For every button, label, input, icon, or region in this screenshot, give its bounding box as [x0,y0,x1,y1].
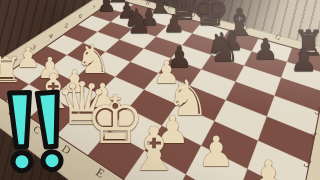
chess-piece-a7: ♟ [97,0,116,14]
chess-video-thumbnail[interactable]: AABBCCDDEEFFGGHH1122334455667788 ♜♟♝♟♛♟♚… [0,0,320,180]
chess-piece-f1: ♝ [127,118,181,178]
chess-piece-f6: ♞ [205,28,241,68]
exclamation-mark [37,92,62,170]
chess-piece-h7: ♟ [290,46,318,77]
double-exclamation-icon [2,87,81,180]
chess-piece-g2: ♟ [198,131,235,173]
exclamation-mark [10,92,33,171]
chess-piece-d7: ♟ [163,11,185,36]
chess-piece-c6: ♞ [122,5,152,39]
chess-piece-g7: ♟ [253,35,279,64]
chess-piece-a1: ♜ [0,52,22,87]
